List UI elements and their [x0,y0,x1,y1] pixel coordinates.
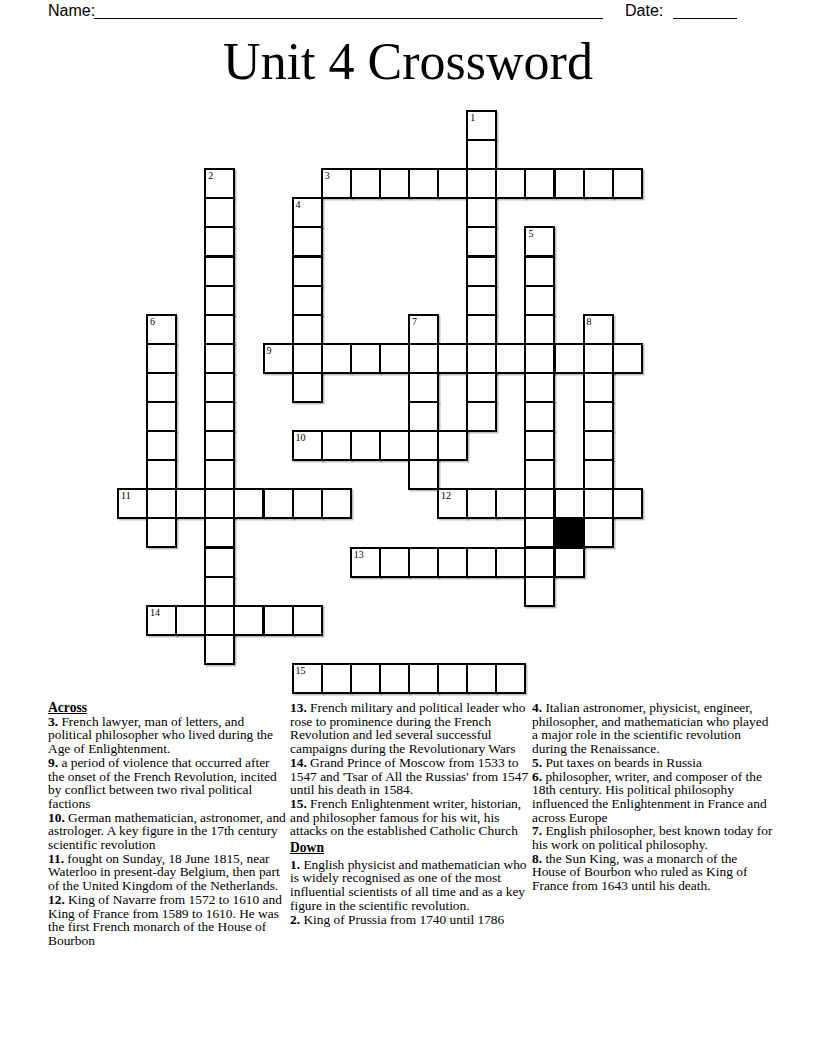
grid-cell[interactable] [554,547,585,578]
grid-cell[interactable] [292,226,323,257]
grid-cell[interactable] [495,168,526,199]
grid-cell[interactable] [554,488,585,519]
grid-cell[interactable] [379,343,410,374]
clue-13: 13. French military and political leader… [290,701,530,756]
grid-cell[interactable] [204,197,235,228]
grid-cell[interactable] [350,343,381,374]
grid-cell[interactable] [379,547,410,578]
grid-cell[interactable] [554,168,585,199]
clues-column-across: Across3. French lawyer, man of letters, … [48,701,286,948]
grid-cell[interactable] [146,401,177,432]
grid-cell[interactable] [524,459,555,490]
grid-cell[interactable] [437,430,468,461]
grid-cell[interactable] [524,488,555,519]
grid-cell[interactable] [204,488,235,519]
grid-cell[interactable] [466,314,497,345]
grid-cell[interactable] [408,372,439,403]
grid-cell[interactable] [350,430,381,461]
grid-cell[interactable] [408,343,439,374]
clue-9: 9. a period of violence that occurred af… [48,756,286,811]
grid-cell[interactable] [204,314,235,345]
grid-cell[interactable] [437,663,468,694]
grid-cell[interactable] [524,285,555,316]
grid-cell[interactable] [466,401,497,432]
grid-cell[interactable] [350,663,381,694]
grid-cell[interactable] [204,547,235,578]
grid-cell[interactable] [204,372,235,403]
grid-cell[interactable] [524,226,555,257]
grid-cell[interactable] [146,430,177,461]
grid-cell[interactable] [204,634,235,665]
grid-cell[interactable] [263,605,294,636]
grid-cell[interactable] [495,488,526,519]
grid-cell[interactable] [321,168,352,199]
grid-cell[interactable] [466,139,497,170]
grid-cell[interactable] [292,605,323,636]
date-input-line[interactable] [673,18,737,19]
grid-cell[interactable] [175,605,206,636]
grid-cell[interactable] [466,256,497,287]
grid-cell[interactable] [204,285,235,316]
grid-cell[interactable] [524,372,555,403]
name-label: Name: [48,3,95,19]
grid-cell[interactable] [146,314,177,345]
grid-cell[interactable] [524,168,555,199]
grid-cell[interactable] [495,343,526,374]
grid-cell[interactable] [583,517,614,548]
grid-cell[interactable] [524,314,555,345]
grid-cell[interactable] [466,547,497,578]
grid-cell[interactable] [233,488,264,519]
grid-cell[interactable] [233,605,264,636]
clues-column-down: 4. Italian astronomer, physicist, engine… [532,701,774,893]
grid-cell[interactable] [292,285,323,316]
grid-cell[interactable] [466,372,497,403]
grid-cell[interactable] [263,343,294,374]
clue-1: 1. English physicist and mathematician w… [290,858,530,913]
grid-cell[interactable] [292,430,323,461]
grid-cell[interactable] [466,488,497,519]
grid-cell[interactable] [612,168,643,199]
grid-cell[interactable] [204,576,235,607]
clue-6: 6. philosopher, writer, and composer of … [532,770,774,825]
clues-column-middle: 13. French military and political leader… [290,701,530,926]
grid-cell[interactable] [408,459,439,490]
grid-cell[interactable] [524,547,555,578]
grid-cell[interactable] [321,343,352,374]
grid-cell[interactable] [292,663,323,694]
grid-cell[interactable] [292,256,323,287]
across-header: Across [48,701,286,715]
grid-cell[interactable] [204,430,235,461]
grid-cell[interactable] [466,226,497,257]
clue-4: 4. Italian astronomer, physicist, engine… [532,701,774,756]
crossword-grid: 123456789101112131415 [117,110,643,694]
grid-cell[interactable] [524,576,555,607]
grid-cell[interactable] [583,168,614,199]
down-header: Down [290,841,530,855]
grid-cell[interactable] [292,314,323,345]
name-input-line[interactable] [94,18,603,19]
grid-cell[interactable] [583,430,614,461]
grid-cell[interactable] [524,401,555,432]
grid-cell[interactable] [437,343,468,374]
grid-cell[interactable] [408,547,439,578]
grid-cell[interactable] [204,605,235,636]
page-title: Unit 4 Crossword [0,36,816,88]
clue-8: 8. the Sun King, was a monarch of the Ho… [532,852,774,893]
grid-cell[interactable] [204,343,235,374]
grid-cell[interactable] [292,372,323,403]
grid-cell[interactable] [554,343,585,374]
grid-cell[interactable] [292,343,323,374]
grid-cell[interactable] [350,168,381,199]
clue-14: 14. Grand Prince of Moscow from 1533 to … [290,756,530,797]
grid-cell[interactable] [350,547,381,578]
clue-12: 12. King of Navarre from 1572 to 1610 an… [48,893,286,948]
grid-cell[interactable] [204,256,235,287]
grid-cell[interactable] [495,663,526,694]
grid-cell[interactable] [408,168,439,199]
grid-cell[interactable] [583,343,614,374]
grid-cell[interactable] [146,517,177,548]
grid-cell[interactable] [408,663,439,694]
grid-cell[interactable] [204,226,235,257]
grid-cell[interactable] [466,110,497,141]
grid-cell[interactable] [204,517,235,548]
grid-cell[interactable] [524,343,555,374]
grid-cell[interactable] [204,401,235,432]
grid-cell[interactable] [146,343,177,374]
grid-cell[interactable] [466,663,497,694]
grid-cell[interactable] [408,314,439,345]
grid-cell[interactable] [292,197,323,228]
grid-cell[interactable] [321,430,352,461]
grid-cell[interactable] [524,430,555,461]
clue-11: 11. fought on Sunday, 18 June 1815, near… [48,852,286,893]
grid-cell[interactable] [583,459,614,490]
grid-cell[interactable] [175,488,206,519]
grid-cell[interactable] [321,488,352,519]
grid-cell[interactable] [379,168,410,199]
grid-cell[interactable] [204,459,235,490]
grid-cell[interactable] [583,401,614,432]
grid-cell[interactable] [524,256,555,287]
grid-cell[interactable] [437,168,468,199]
grid-cell[interactable] [292,488,323,519]
grid-cell[interactable] [146,605,177,636]
grid-cell[interactable] [466,197,497,228]
grid-cell[interactable] [408,401,439,432]
grid-cell[interactable] [495,547,526,578]
clue-2: 2. King of Prussia from 1740 until 1786 [290,913,530,927]
grid-cell[interactable] [146,488,177,519]
clue-10: 10. German mathematician, astronomer, an… [48,811,286,852]
grid-cell[interactable] [612,343,643,374]
grid-cell[interactable] [437,488,468,519]
grid-cell[interactable] [379,430,410,461]
black-cell [554,517,585,548]
grid-cell[interactable] [437,547,468,578]
grid-cell[interactable] [117,488,148,519]
grid-cell[interactable] [466,285,497,316]
grid-cell[interactable] [263,488,294,519]
clue-15: 15. French Enlightenment writer, histori… [290,797,530,838]
grid-cell[interactable] [583,372,614,403]
grid-cell[interactable] [146,372,177,403]
grid-cell[interactable] [321,663,352,694]
date-label: Date: [625,3,663,19]
grid-cell[interactable] [204,168,235,199]
clue-3: 3. French lawyer, man of letters, and po… [48,715,286,756]
grid-cell[interactable] [466,343,497,374]
clue-5: 5. Put taxes on beards in Russia [532,756,774,770]
grid-cell[interactable] [466,168,497,199]
grid-cell[interactable] [524,517,555,548]
grid-cell[interactable] [583,314,614,345]
clue-7: 7. English philosopher, best known today… [532,824,774,851]
grid-cell[interactable] [146,459,177,490]
grid-cell[interactable] [379,663,410,694]
grid-cell[interactable] [583,488,614,519]
grid-cell[interactable] [612,488,643,519]
grid-cell[interactable] [408,430,439,461]
